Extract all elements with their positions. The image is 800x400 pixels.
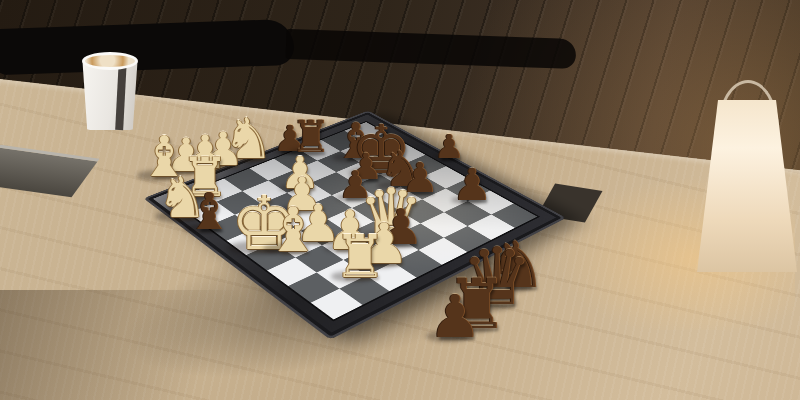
coffee-latte-top [82,52,138,70]
lamp-rim [719,92,775,110]
chess-3d-main-menu: { "game": "chess", "scene": "3D chess bo… [0,0,800,400]
table-lamp [695,80,800,295]
lamp-shade [697,100,797,272]
coffee-cup [80,52,140,130]
coffee-cup-body [80,60,140,130]
